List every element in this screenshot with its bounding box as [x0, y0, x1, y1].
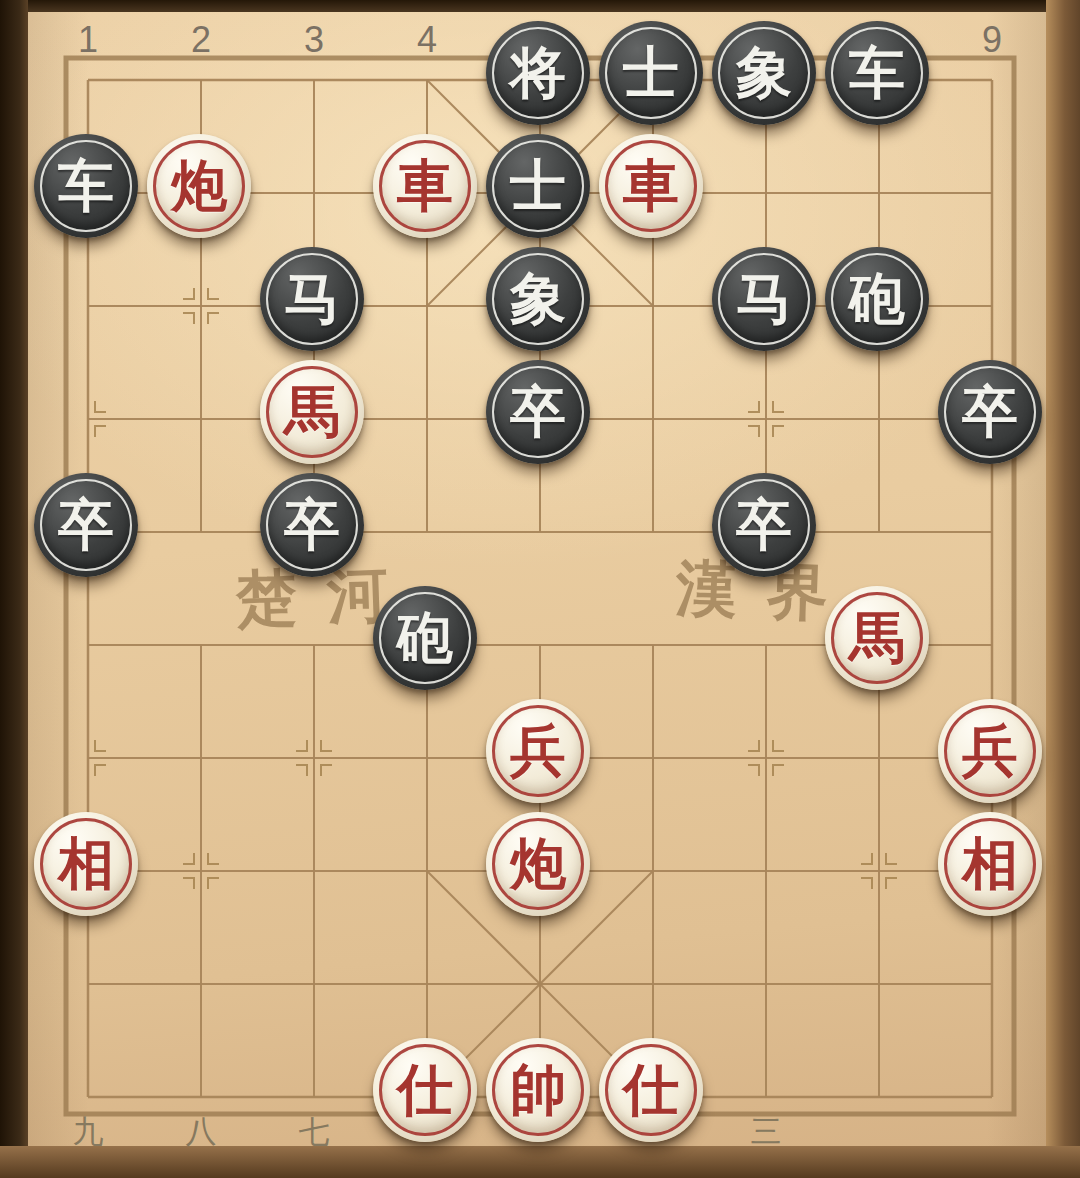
- piece-black-soldier[interactable]: 卒: [712, 473, 816, 577]
- board-point-9-4: 卒: [936, 363, 1049, 476]
- board-point-4-10: 仕: [371, 1041, 484, 1154]
- board-point-6-1: 士: [597, 24, 710, 137]
- piece-glyph: 帥: [510, 1061, 566, 1117]
- piece-black-chariot[interactable]: 车: [34, 134, 138, 238]
- piece-glyph: 士: [623, 44, 679, 100]
- board-point-5-4: 卒: [484, 363, 597, 476]
- board-point-1-2: 车: [32, 137, 145, 250]
- piece-red-elephant[interactable]: 相: [34, 812, 138, 916]
- piece-red-horse[interactable]: 馬: [260, 360, 364, 464]
- board-point-1-8: 相: [32, 815, 145, 928]
- board-point-5-2: 士: [484, 137, 597, 250]
- board-point-8-1: 车: [823, 24, 936, 137]
- piece-glyph: 馬: [284, 383, 340, 439]
- piece-black-soldier[interactable]: 卒: [938, 360, 1042, 464]
- piece-glyph: 車: [397, 157, 453, 213]
- piece-black-horse[interactable]: 马: [712, 247, 816, 351]
- piece-red-horse[interactable]: 馬: [825, 586, 929, 690]
- piece-black-soldier[interactable]: 卒: [260, 473, 364, 577]
- piece-glyph: 兵: [962, 722, 1018, 778]
- piece-red-chariot[interactable]: 車: [599, 134, 703, 238]
- piece-glyph: 卒: [510, 383, 566, 439]
- board-point-6-2: 車: [597, 137, 710, 250]
- piece-glyph: 馬: [849, 609, 905, 665]
- piece-glyph: 兵: [510, 722, 566, 778]
- board-point-4-6: 砲: [371, 589, 484, 702]
- piece-red-cannon[interactable]: 炮: [147, 134, 251, 238]
- piece-glyph: 卒: [962, 383, 1018, 439]
- board-point-7-1: 象: [710, 24, 823, 137]
- piece-glyph: 炮: [510, 835, 566, 891]
- piece-glyph: 卒: [58, 496, 114, 552]
- piece-glyph: 象: [510, 270, 566, 326]
- board-point-7-3: 马: [710, 250, 823, 363]
- board-point-5-3: 象: [484, 250, 597, 363]
- board-point-5-10: 帥: [484, 1041, 597, 1154]
- board-point-9-8: 相: [936, 815, 1049, 928]
- piece-glyph: 卒: [736, 496, 792, 552]
- piece-black-chariot[interactable]: 车: [825, 21, 929, 125]
- piece-black-elephant[interactable]: 象: [712, 21, 816, 125]
- board-point-3-5: 卒: [258, 476, 371, 589]
- board-point-1-5: 卒: [32, 476, 145, 589]
- piece-glyph: 马: [284, 270, 340, 326]
- board-point-5-8: 炮: [484, 815, 597, 928]
- piece-glyph: 相: [962, 835, 1018, 891]
- piece-red-cannon[interactable]: 炮: [486, 812, 590, 916]
- board-point-2-2: 炮: [145, 137, 258, 250]
- piece-glyph: 砲: [849, 270, 905, 326]
- piece-black-horse[interactable]: 马: [260, 247, 364, 351]
- board-point-8-6: 馬: [823, 589, 936, 702]
- board-point-5-1: 将: [484, 24, 597, 137]
- piece-black-cannon[interactable]: 砲: [825, 247, 929, 351]
- piece-glyph: 象: [736, 44, 792, 100]
- board-point-3-4: 馬: [258, 363, 371, 476]
- board-point-3-3: 马: [258, 250, 371, 363]
- board-point-5-7: 兵: [484, 702, 597, 815]
- piece-glyph: 士: [510, 157, 566, 213]
- piece-black-advisor[interactable]: 士: [599, 21, 703, 125]
- piece-black-advisor[interactable]: 士: [486, 134, 590, 238]
- piece-glyph: 将: [510, 44, 566, 100]
- board-point-9-7: 兵: [936, 702, 1049, 815]
- piece-black-general[interactable]: 将: [486, 21, 590, 125]
- piece-glyph: 仕: [397, 1061, 453, 1117]
- piece-glyph: 马: [736, 270, 792, 326]
- piece-black-cannon[interactable]: 砲: [373, 586, 477, 690]
- xiangqi-app: { "game": "xiangqi", "position": { "fen"…: [0, 0, 1080, 1178]
- piece-red-general[interactable]: 帥: [486, 1038, 590, 1142]
- board-point-7-5: 卒: [710, 476, 823, 589]
- board-point-6-10: 仕: [597, 1041, 710, 1154]
- piece-red-advisor[interactable]: 仕: [373, 1038, 477, 1142]
- piece-glyph: 仕: [623, 1061, 679, 1117]
- piece-glyph: 相: [58, 835, 114, 891]
- piece-black-soldier[interactable]: 卒: [486, 360, 590, 464]
- piece-red-soldier[interactable]: 兵: [938, 699, 1042, 803]
- board-point-4-2: 車: [371, 137, 484, 250]
- piece-glyph: 炮: [171, 157, 227, 213]
- piece-glyph: 砲: [397, 609, 453, 665]
- xiangqi-board[interactable]: 将士象车车炮車士車马象马砲馬卒卒卒卒卒砲馬兵兵相炮相仕帥仕: [32, 24, 1049, 1154]
- piece-glyph: 卒: [284, 496, 340, 552]
- piece-red-soldier[interactable]: 兵: [486, 699, 590, 803]
- board-point-8-3: 砲: [823, 250, 936, 363]
- piece-glyph: 车: [58, 157, 114, 213]
- piece-black-soldier[interactable]: 卒: [34, 473, 138, 577]
- piece-red-elephant[interactable]: 相: [938, 812, 1042, 916]
- piece-glyph: 车: [849, 44, 905, 100]
- piece-red-advisor[interactable]: 仕: [599, 1038, 703, 1142]
- piece-glyph: 車: [623, 157, 679, 213]
- piece-red-chariot[interactable]: 車: [373, 134, 477, 238]
- piece-black-elephant[interactable]: 象: [486, 247, 590, 351]
